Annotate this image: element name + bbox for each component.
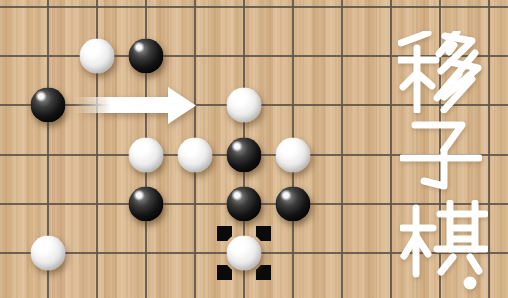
title-char-yi [398, 31, 482, 113]
white-stone[interactable] [129, 138, 164, 173]
white-stone[interactable] [227, 88, 262, 123]
black-stone[interactable] [227, 187, 262, 222]
white-stone[interactable] [276, 138, 311, 173]
title-char-qi [400, 200, 488, 290]
black-stone[interactable] [129, 187, 164, 222]
black-stone[interactable] [227, 138, 262, 173]
title-char-zi [400, 120, 482, 196]
black-stone[interactable] [129, 39, 164, 74]
title-period-dot [464, 277, 477, 290]
move-arrow-icon [58, 78, 204, 132]
game-board[interactable]: 移子棋 [0, 0, 508, 298]
white-stone[interactable] [178, 138, 213, 173]
black-stone[interactable] [276, 187, 311, 222]
white-stone[interactable] [31, 236, 66, 271]
white-stone-selected[interactable] [227, 236, 262, 271]
white-stone[interactable] [80, 39, 115, 74]
grid-hline [0, 6, 508, 8]
